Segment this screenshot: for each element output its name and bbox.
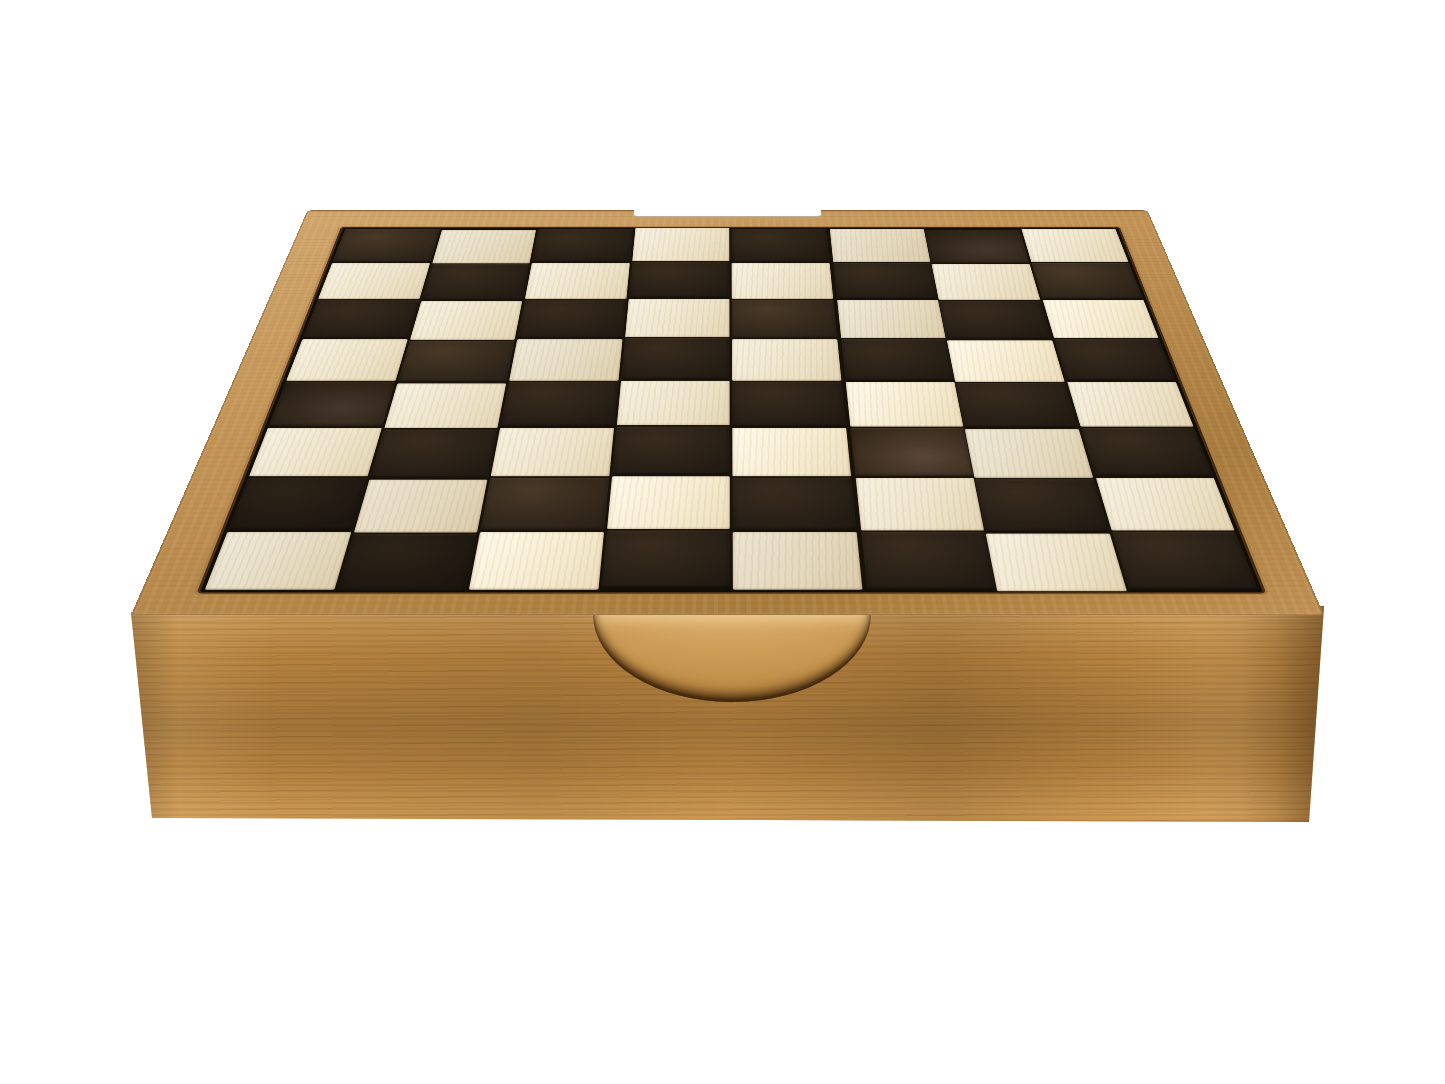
- board-square-r8c7: [986, 534, 1127, 592]
- board-square-r5c1: [268, 382, 394, 427]
- board-square-r5c5: [732, 382, 846, 427]
- board-square-r2c4: [628, 262, 729, 298]
- board-square-r4c2: [397, 341, 514, 382]
- board-square-r6c5: [732, 428, 850, 476]
- board-square-r3c7: [939, 301, 1052, 339]
- board-square-r8c4: [601, 531, 730, 588]
- board-square-r8c8: [1112, 532, 1258, 590]
- board-square-r7c4: [607, 476, 730, 529]
- board-square-r2c2: [421, 264, 529, 300]
- board-square-r7c6: [855, 478, 984, 531]
- board-square-r6c8: [1081, 428, 1214, 476]
- board-square-r7c2: [354, 480, 488, 533]
- board-square-r8c6: [861, 532, 996, 590]
- board-square-r7c8: [1095, 478, 1234, 531]
- scene: [0, 0, 1445, 1084]
- board-square-r2c3: [525, 263, 630, 299]
- board-square-r4c5: [732, 339, 841, 380]
- board-square-r5c8: [1067, 382, 1194, 427]
- board-square-r1c4: [632, 228, 729, 261]
- board-square-r3c4: [625, 299, 730, 337]
- board-square-r7c5: [732, 478, 856, 531]
- board-square-r2c7: [932, 264, 1040, 300]
- board-square-r7c7: [975, 479, 1109, 532]
- board-square-r8c5: [733, 532, 862, 590]
- board-square-r5c3: [500, 382, 618, 427]
- board-square-r6c2: [369, 430, 497, 479]
- board-square-r3c3: [517, 300, 626, 338]
- board-square-r4c1: [286, 339, 407, 380]
- checkerboard: [200, 228, 1263, 592]
- board-square-r8c3: [469, 532, 604, 590]
- board-square-r6c6: [850, 428, 973, 476]
- board-square-r1c8: [1021, 229, 1129, 262]
- box-front-face: [131, 604, 1324, 824]
- board-box-top: [131, 210, 1324, 615]
- board-square-r1c2: [432, 230, 536, 263]
- board-square-r4c7: [947, 340, 1064, 381]
- board-square-r7c3: [480, 478, 608, 531]
- finger-notch: [593, 614, 871, 702]
- board-square-r4c3: [509, 339, 622, 380]
- board-square-r2c8: [1031, 263, 1143, 299]
- board-square-r6c4: [612, 427, 730, 475]
- board-square-r8c1: [205, 532, 351, 590]
- back-rim-notch: [634, 210, 822, 217]
- board-square-r1c5: [731, 229, 829, 262]
- board-square-r3c2: [410, 301, 523, 339]
- board-square-r5c7: [955, 383, 1077, 428]
- board-square-r5c6: [845, 382, 963, 427]
- board-square-r5c4: [616, 381, 729, 426]
- board-square-r4c8: [1054, 339, 1175, 380]
- board-square-r8c2: [336, 534, 477, 592]
- board-square-r2c5: [732, 263, 833, 299]
- board-square-r1c6: [829, 229, 930, 262]
- board-square-r3c5: [732, 300, 837, 338]
- board-square-r5c2: [384, 383, 506, 428]
- board-square-r1c3: [532, 229, 633, 262]
- board-square-r1c7: [925, 230, 1029, 263]
- board-square-r4c4: [621, 338, 730, 379]
- board-square-r2c1: [318, 263, 430, 299]
- board-square-r2c6: [833, 263, 938, 299]
- board-square-r1c1: [332, 229, 439, 262]
- board-square-r6c1: [249, 428, 381, 476]
- board-square-r3c8: [1042, 300, 1158, 338]
- board-square-r6c7: [965, 429, 1093, 478]
- board-square-r6c3: [491, 428, 614, 476]
- board-square-r7c1: [228, 478, 367, 531]
- board-square-r4c6: [841, 339, 954, 380]
- board-square-r3c1: [303, 300, 419, 338]
- board-square-r3c6: [837, 300, 946, 338]
